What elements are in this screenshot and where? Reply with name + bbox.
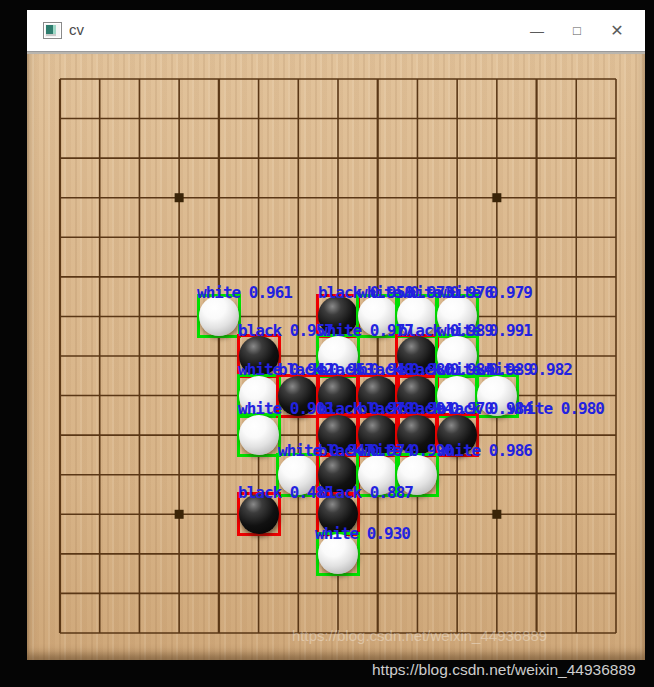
title-bar: cv — □ ✕ — [27, 10, 645, 52]
confidence-label: white 0.930 — [315, 524, 410, 543]
watermark-on-board: https://blog.csdn.net/weixin_44936889 — [292, 627, 547, 644]
white-stone — [199, 296, 239, 336]
watermark-bottom: https://blog.csdn.net/weixin_44936889 — [372, 661, 636, 679]
confidence-label: white 0.982 — [477, 360, 572, 379]
goban-image: white 0.961black 0.958white 0.973white 0… — [27, 52, 645, 660]
confidence-label: white 0.991 — [437, 321, 532, 340]
confidence-label: black 0.887 — [318, 483, 413, 502]
minimize-button[interactable]: — — [517, 10, 557, 51]
confidence-label: white 0.986 — [437, 441, 532, 460]
window-title: cv — [69, 21, 84, 38]
confidence-label: white 0.961 — [197, 283, 292, 302]
opencv-window-icon — [43, 22, 62, 39]
app-window: cv — □ ✕ white 0.961black 0.958white 0.9… — [0, 0, 654, 687]
close-button[interactable]: ✕ — [597, 10, 637, 51]
confidence-label: white 0.979 — [437, 283, 532, 302]
maximize-button[interactable]: □ — [557, 10, 597, 51]
confidence-label: white 0.980 — [509, 399, 604, 418]
white-stone — [239, 415, 279, 455]
